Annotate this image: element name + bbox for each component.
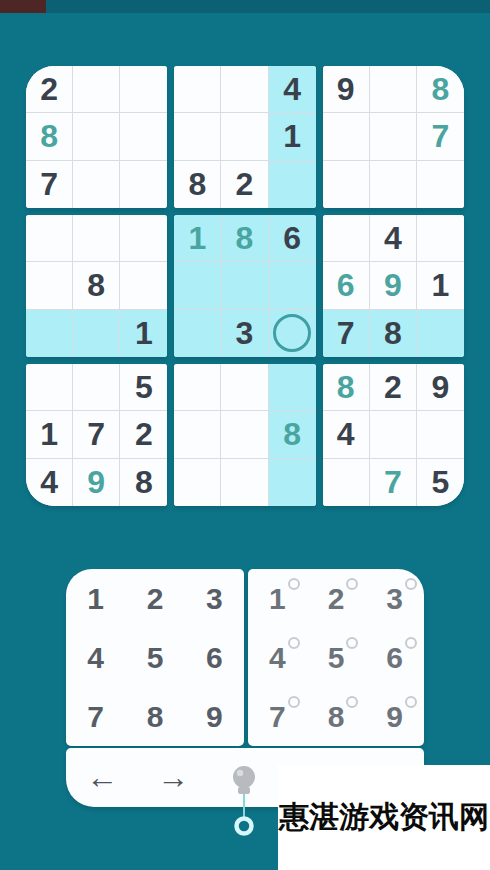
notespad-7[interactable]: 7 bbox=[248, 687, 307, 746]
sudoku-cell-r1c2[interactable] bbox=[120, 113, 167, 160]
sudoku-cell-r8c5[interactable] bbox=[269, 459, 316, 506]
sudoku-box-0-2: 987 bbox=[323, 66, 464, 208]
sudoku-cell-r1c1[interactable] bbox=[73, 113, 120, 160]
sudoku-cell-r5c4[interactable]: 3 bbox=[221, 310, 268, 357]
watermark: 惠湛游戏资讯网 bbox=[278, 765, 490, 870]
sudoku-cell-r4c7[interactable]: 9 bbox=[370, 262, 417, 309]
sudoku-cell-r2c8[interactable] bbox=[417, 161, 464, 208]
sudoku-cell-r1c3[interactable] bbox=[174, 113, 221, 160]
notespad-9[interactable]: 9 bbox=[365, 687, 424, 746]
sudoku-cell-r4c8[interactable]: 1 bbox=[417, 262, 464, 309]
sudoku-cell-r0c0[interactable]: 2 bbox=[26, 66, 73, 113]
sudoku-cell-r3c6[interactable] bbox=[323, 215, 370, 262]
sudoku-cell-r7c1[interactable]: 7 bbox=[73, 411, 120, 458]
sudoku-cell-r1c6[interactable] bbox=[323, 113, 370, 160]
sudoku-cell-r4c2[interactable] bbox=[120, 262, 167, 309]
sudoku-cell-r1c4[interactable] bbox=[221, 113, 268, 160]
sudoku-box-0-0: 287 bbox=[26, 66, 167, 208]
note-circle-icon bbox=[288, 637, 300, 649]
notespad-6[interactable]: 6 bbox=[365, 628, 424, 687]
sudoku-cell-r5c8[interactable] bbox=[417, 310, 464, 357]
sudoku-cell-r6c3[interactable] bbox=[174, 364, 221, 411]
note-circle-icon bbox=[346, 578, 358, 590]
notespad-5[interactable]: 5 bbox=[307, 628, 366, 687]
sudoku-cell-r3c5[interactable]: 6 bbox=[269, 215, 316, 262]
sudoku-cell-r4c1[interactable]: 8 bbox=[73, 262, 120, 309]
sudoku-cell-r1c7[interactable] bbox=[370, 113, 417, 160]
note-circle-icon bbox=[288, 578, 300, 590]
sudoku-cell-r0c6[interactable]: 9 bbox=[323, 66, 370, 113]
sudoku-cell-r6c4[interactable] bbox=[221, 364, 268, 411]
sudoku-cell-r7c8[interactable] bbox=[417, 411, 464, 458]
notespad-3[interactable]: 3 bbox=[365, 569, 424, 628]
sudoku-cell-r0c1[interactable] bbox=[73, 66, 120, 113]
sudoku-cell-r0c4[interactable] bbox=[221, 66, 268, 113]
sudoku-board: 287418298781186346917851724988829475 bbox=[26, 66, 464, 506]
note-circle-icon bbox=[288, 696, 300, 708]
sudoku-box-1-0: 81 bbox=[26, 215, 167, 357]
numpad-7[interactable]: 7 bbox=[66, 687, 125, 746]
sudoku-cell-r3c0[interactable] bbox=[26, 215, 73, 262]
sudoku-cell-r6c6[interactable]: 8 bbox=[323, 364, 370, 411]
status-bar-strip bbox=[0, 0, 490, 13]
notespad-4[interactable]: 4 bbox=[248, 628, 307, 687]
sudoku-cell-r3c1[interactable] bbox=[73, 215, 120, 262]
sudoku-cell-r2c1[interactable] bbox=[73, 161, 120, 208]
numpad-9[interactable]: 9 bbox=[185, 687, 244, 746]
sudoku-cell-r1c8[interactable]: 7 bbox=[417, 113, 464, 160]
notes-pad: 123456789 bbox=[248, 569, 424, 746]
sudoku-cell-r6c7[interactable]: 2 bbox=[370, 364, 417, 411]
sudoku-cell-r8c4[interactable] bbox=[221, 459, 268, 506]
status-bar-notch bbox=[0, 0, 46, 13]
sudoku-cell-r4c3[interactable] bbox=[174, 262, 221, 309]
sudoku-box-1-2: 469178 bbox=[323, 215, 464, 357]
sudoku-cell-r5c1[interactable] bbox=[73, 310, 120, 357]
redo-button[interactable]: → bbox=[151, 748, 195, 807]
sudoku-cell-r0c7[interactable] bbox=[370, 66, 417, 113]
sudoku-cell-r6c0[interactable] bbox=[26, 364, 73, 411]
sudoku-cell-r6c8[interactable]: 9 bbox=[417, 364, 464, 411]
sudoku-cell-r2c3[interactable]: 8 bbox=[174, 161, 221, 208]
sudoku-cell-r7c7[interactable] bbox=[370, 411, 417, 458]
sudoku-cell-r1c0[interactable]: 8 bbox=[26, 113, 73, 160]
watermark-text: 惠湛游戏资讯网 bbox=[278, 765, 490, 832]
note-circle-icon bbox=[405, 696, 417, 708]
sudoku-cell-r6c1[interactable] bbox=[73, 364, 120, 411]
sudoku-cell-r8c0[interactable]: 4 bbox=[26, 459, 73, 506]
sudoku-cell-r5c0[interactable] bbox=[26, 310, 73, 357]
sudoku-cell-r8c1[interactable]: 9 bbox=[73, 459, 120, 506]
notespad-1[interactable]: 1 bbox=[248, 569, 307, 628]
sudoku-cell-r3c8[interactable] bbox=[417, 215, 464, 262]
notespad-8[interactable]: 8 bbox=[307, 687, 366, 746]
numpad-4[interactable]: 4 bbox=[66, 628, 125, 687]
sudoku-cell-r5c7[interactable]: 8 bbox=[370, 310, 417, 357]
sudoku-cell-r8c3[interactable] bbox=[174, 459, 221, 506]
undo-button[interactable]: ← bbox=[80, 748, 124, 807]
sudoku-box-2-1: 8 bbox=[174, 364, 315, 506]
sudoku-cell-r8c2[interactable]: 8 bbox=[120, 459, 167, 506]
note-circle-icon bbox=[405, 637, 417, 649]
numpad-1[interactable]: 1 bbox=[66, 569, 125, 628]
sudoku-cell-r8c7[interactable]: 7 bbox=[370, 459, 417, 506]
sudoku-cell-r0c3[interactable] bbox=[174, 66, 221, 113]
numpad-2[interactable]: 2 bbox=[125, 569, 184, 628]
note-circle-icon bbox=[346, 637, 358, 649]
note-circle-icon bbox=[346, 696, 358, 708]
sudoku-box-2-0: 5172498 bbox=[26, 364, 167, 506]
sudoku-box-2-2: 829475 bbox=[323, 364, 464, 506]
note-circle-icon bbox=[405, 578, 417, 590]
sudoku-cell-r6c5[interactable] bbox=[269, 364, 316, 411]
numpad-8[interactable]: 8 bbox=[125, 687, 184, 746]
numpad-5[interactable]: 5 bbox=[125, 628, 184, 687]
sudoku-cell-r8c6[interactable] bbox=[323, 459, 370, 506]
sudoku-cell-r2c2[interactable] bbox=[120, 161, 167, 208]
sudoku-cell-r2c7[interactable] bbox=[370, 161, 417, 208]
number-pad: 123456789 bbox=[66, 569, 244, 746]
sudoku-cell-r7c2[interactable]: 2 bbox=[120, 411, 167, 458]
sudoku-box-0-1: 4182 bbox=[174, 66, 315, 208]
sudoku-cell-r2c4[interactable]: 2 bbox=[221, 161, 268, 208]
numpad-6[interactable]: 6 bbox=[185, 628, 244, 687]
sudoku-cell-r8c8[interactable]: 5 bbox=[417, 459, 464, 506]
sudoku-cell-r0c2[interactable] bbox=[120, 66, 167, 113]
sudoku-cell-r5c3[interactable] bbox=[174, 310, 221, 357]
sudoku-cell-r3c3[interactable]: 1 bbox=[174, 215, 221, 262]
sudoku-cell-r4c5[interactable] bbox=[269, 262, 316, 309]
sudoku-cell-r6c2[interactable]: 5 bbox=[120, 364, 167, 411]
sudoku-cell-r7c3[interactable] bbox=[174, 411, 221, 458]
sudoku-cell-r4c6[interactable]: 6 bbox=[323, 262, 370, 309]
numpad-3[interactable]: 3 bbox=[185, 569, 244, 628]
sudoku-cell-r2c5[interactable] bbox=[269, 161, 316, 208]
sudoku-cell-r2c0[interactable]: 7 bbox=[26, 161, 73, 208]
sudoku-cell-r4c0[interactable] bbox=[26, 262, 73, 309]
sudoku-cell-r5c2[interactable]: 1 bbox=[120, 310, 167, 357]
sudoku-cell-r5c6[interactable]: 7 bbox=[323, 310, 370, 357]
sudoku-cell-r3c2[interactable] bbox=[120, 215, 167, 262]
sudoku-cell-r0c5[interactable]: 4 bbox=[269, 66, 316, 113]
sudoku-cell-r0c8[interactable]: 8 bbox=[417, 66, 464, 113]
sudoku-box-1-1: 1863 bbox=[174, 215, 315, 357]
selection-circle bbox=[273, 314, 311, 352]
sudoku-cell-r3c4[interactable]: 8 bbox=[221, 215, 268, 262]
notespad-2[interactable]: 2 bbox=[307, 569, 366, 628]
sudoku-cell-r7c4[interactable] bbox=[221, 411, 268, 458]
sudoku-cell-r1c5[interactable]: 1 bbox=[269, 113, 316, 160]
hint-lightbulb-icon[interactable] bbox=[222, 762, 266, 838]
sudoku-cell-r5c5[interactable] bbox=[269, 310, 316, 357]
sudoku-cell-r7c6[interactable]: 4 bbox=[323, 411, 370, 458]
sudoku-cell-r7c0[interactable]: 1 bbox=[26, 411, 73, 458]
sudoku-cell-r4c4[interactable] bbox=[221, 262, 268, 309]
sudoku-cell-r2c6[interactable] bbox=[323, 161, 370, 208]
sudoku-app: 287418298781186346917851724988829475 123… bbox=[0, 0, 490, 870]
sudoku-cell-r3c7[interactable]: 4 bbox=[370, 215, 417, 262]
sudoku-cell-r7c5[interactable]: 8 bbox=[269, 411, 316, 458]
